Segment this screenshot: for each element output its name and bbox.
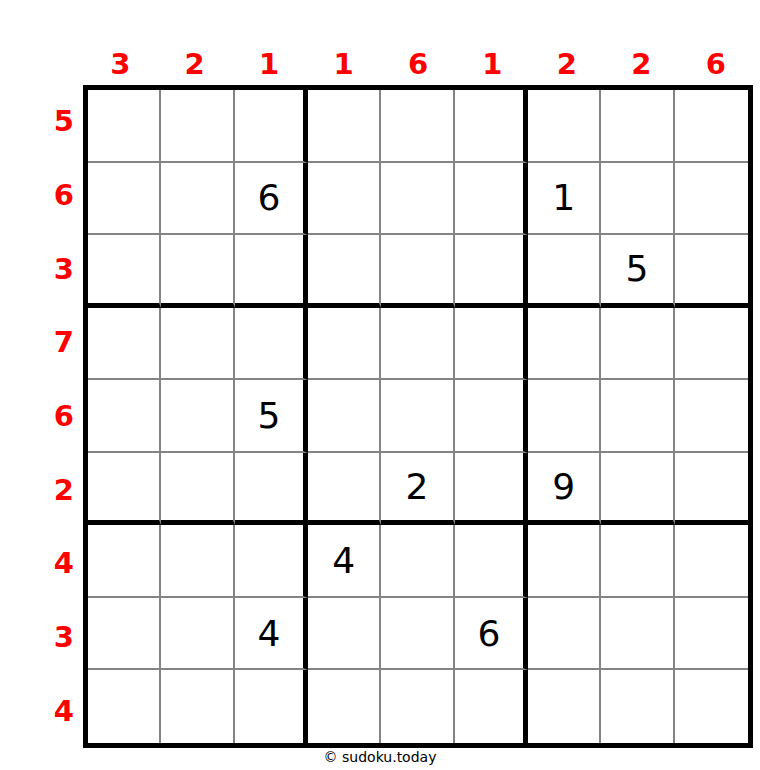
cell-r7c8[interactable] bbox=[601, 525, 674, 598]
cell-r2c5[interactable] bbox=[381, 163, 454, 236]
left-clue-row9: 4 bbox=[38, 674, 83, 748]
cell-r5c2[interactable] bbox=[161, 380, 234, 453]
cell-r5c5[interactable] bbox=[381, 380, 454, 453]
cell-r9c4[interactable] bbox=[308, 670, 381, 743]
cell-r3c8[interactable]: 5 bbox=[601, 235, 674, 308]
left-clues-column: 563762434 bbox=[38, 85, 83, 748]
cell-r8c1[interactable] bbox=[88, 598, 161, 671]
cell-r9c6[interactable] bbox=[455, 670, 528, 743]
cell-r4c8[interactable] bbox=[601, 308, 674, 381]
cell-r2c2[interactable] bbox=[161, 163, 234, 236]
cell-r4c4[interactable] bbox=[308, 308, 381, 381]
cell-r4c1[interactable] bbox=[88, 308, 161, 381]
cell-r9c3[interactable] bbox=[235, 670, 308, 743]
cell-r8c6[interactable]: 6 bbox=[455, 598, 528, 671]
cell-r7c4[interactable]: 4 bbox=[308, 525, 381, 598]
cell-r8c3[interactable]: 4 bbox=[235, 598, 308, 671]
cell-r6c8[interactable] bbox=[601, 453, 674, 526]
cell-r1c6[interactable] bbox=[455, 90, 528, 163]
cell-r4c5[interactable] bbox=[381, 308, 454, 381]
cell-r2c8[interactable] bbox=[601, 163, 674, 236]
cell-r3c6[interactable] bbox=[455, 235, 528, 308]
top-clue-col7: 2 bbox=[530, 42, 604, 82]
top-clue-col3: 1 bbox=[232, 42, 306, 82]
cell-r2c9[interactable] bbox=[675, 163, 748, 236]
cell-r1c1[interactable] bbox=[88, 90, 161, 163]
cell-r1c3[interactable] bbox=[235, 90, 308, 163]
cell-r1c9[interactable] bbox=[675, 90, 748, 163]
top-clue-col1: 3 bbox=[83, 42, 157, 82]
top-clue-col6: 1 bbox=[455, 42, 529, 82]
cell-r6c3[interactable] bbox=[235, 453, 308, 526]
cell-r9c8[interactable] bbox=[601, 670, 674, 743]
cell-r2c1[interactable] bbox=[88, 163, 161, 236]
cell-r2c6[interactable] bbox=[455, 163, 528, 236]
cell-r1c4[interactable] bbox=[308, 90, 381, 163]
cell-r9c7[interactable] bbox=[528, 670, 601, 743]
top-clue-col2: 2 bbox=[157, 42, 231, 82]
cell-r4c9[interactable] bbox=[675, 308, 748, 381]
cell-r4c2[interactable] bbox=[161, 308, 234, 381]
cell-r1c8[interactable] bbox=[601, 90, 674, 163]
cell-r7c6[interactable] bbox=[455, 525, 528, 598]
cell-r9c5[interactable] bbox=[381, 670, 454, 743]
left-clue-row5: 6 bbox=[38, 380, 83, 454]
cell-r7c1[interactable] bbox=[88, 525, 161, 598]
cell-r6c5[interactable]: 2 bbox=[381, 453, 454, 526]
cell-r1c5[interactable] bbox=[381, 90, 454, 163]
cell-r6c7[interactable]: 9 bbox=[528, 453, 601, 526]
cell-r9c2[interactable] bbox=[161, 670, 234, 743]
left-clue-row4: 7 bbox=[38, 306, 83, 380]
cell-r5c7[interactable] bbox=[528, 380, 601, 453]
cell-r7c7[interactable] bbox=[528, 525, 601, 598]
cell-r5c6[interactable] bbox=[455, 380, 528, 453]
top-clue-col9: 6 bbox=[679, 42, 753, 82]
cell-r3c5[interactable] bbox=[381, 235, 454, 308]
top-clue-col4: 1 bbox=[306, 42, 380, 82]
cell-r8c8[interactable] bbox=[601, 598, 674, 671]
cell-r5c4[interactable] bbox=[308, 380, 381, 453]
sudoku-grid: 615529446 bbox=[83, 85, 753, 748]
cell-r4c6[interactable] bbox=[455, 308, 528, 381]
cell-r3c4[interactable] bbox=[308, 235, 381, 308]
cell-r7c2[interactable] bbox=[161, 525, 234, 598]
cell-r3c1[interactable] bbox=[88, 235, 161, 308]
cell-r8c7[interactable] bbox=[528, 598, 601, 671]
cell-r5c8[interactable] bbox=[601, 380, 674, 453]
cell-r8c4[interactable] bbox=[308, 598, 381, 671]
cell-r4c7[interactable] bbox=[528, 308, 601, 381]
left-clue-row3: 3 bbox=[38, 232, 83, 306]
cell-r8c5[interactable] bbox=[381, 598, 454, 671]
cell-r2c4[interactable] bbox=[308, 163, 381, 236]
cell-r8c2[interactable] bbox=[161, 598, 234, 671]
cell-r2c7[interactable]: 1 bbox=[528, 163, 601, 236]
cell-r5c3[interactable]: 5 bbox=[235, 380, 308, 453]
cell-r3c7[interactable] bbox=[528, 235, 601, 308]
cell-r6c2[interactable] bbox=[161, 453, 234, 526]
cell-r5c9[interactable] bbox=[675, 380, 748, 453]
cell-r1c2[interactable] bbox=[161, 90, 234, 163]
cell-r4c3[interactable] bbox=[235, 308, 308, 381]
cell-r9c9[interactable] bbox=[675, 670, 748, 743]
left-clue-row1: 5 bbox=[38, 85, 83, 159]
left-clue-row6: 2 bbox=[38, 453, 83, 527]
cell-r6c6[interactable] bbox=[455, 453, 528, 526]
cell-r7c3[interactable] bbox=[235, 525, 308, 598]
top-clue-col8: 2 bbox=[604, 42, 678, 82]
cell-r5c1[interactable] bbox=[88, 380, 161, 453]
cell-r1c7[interactable] bbox=[528, 90, 601, 163]
left-clue-row2: 6 bbox=[38, 159, 83, 233]
cell-r7c5[interactable] bbox=[381, 525, 454, 598]
left-clue-row7: 4 bbox=[38, 527, 83, 601]
cell-r6c4[interactable] bbox=[308, 453, 381, 526]
top-clues-row: 321161226 bbox=[83, 42, 753, 82]
cell-r3c3[interactable] bbox=[235, 235, 308, 308]
cell-r2c3[interactable]: 6 bbox=[235, 163, 308, 236]
left-clue-row8: 3 bbox=[38, 601, 83, 675]
cell-r7c9[interactable] bbox=[675, 525, 748, 598]
cell-r8c9[interactable] bbox=[675, 598, 748, 671]
top-clue-col5: 6 bbox=[381, 42, 455, 82]
cell-r6c9[interactable] bbox=[675, 453, 748, 526]
cell-r6c1[interactable] bbox=[88, 453, 161, 526]
cell-r3c9[interactable] bbox=[675, 235, 748, 308]
cell-r9c1[interactable] bbox=[88, 670, 161, 743]
site-credit: © sudoku.today bbox=[0, 749, 760, 765]
cell-r3c2[interactable] bbox=[161, 235, 234, 308]
